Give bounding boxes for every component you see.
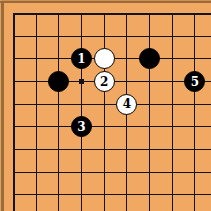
grid-line-vertical <box>13 13 15 211</box>
stone-white-move-2: 2 <box>94 71 115 92</box>
stone-number: 4 <box>123 98 131 110</box>
hoshi-star-point <box>79 79 84 84</box>
stone-white-move-4: 4 <box>116 94 137 115</box>
stone-black-move-3: 3 <box>71 116 92 137</box>
grid-line-vertical <box>58 13 59 211</box>
grid-line-vertical <box>149 13 150 211</box>
board-edge-left <box>1 1 4 211</box>
stone-black-move-5: 5 <box>184 71 205 92</box>
stone-number: 3 <box>77 120 85 132</box>
grid-line-horizontal <box>13 36 211 37</box>
grid-line-horizontal <box>13 13 211 15</box>
grid-line-horizontal <box>13 172 211 173</box>
stone-number: 2 <box>100 75 108 87</box>
stone-white <box>94 48 115 69</box>
grid-line-vertical <box>172 13 173 211</box>
grid-line-vertical <box>104 13 105 211</box>
grid-line-vertical <box>194 13 195 211</box>
grid-line-vertical <box>81 13 82 211</box>
go-board-diagram: 12543 <box>0 0 211 211</box>
stone-black <box>48 71 69 92</box>
grid-line-horizontal <box>13 194 211 195</box>
grid-line-horizontal <box>13 149 211 150</box>
board-edge-top <box>0 1 211 3</box>
grid-line-horizontal <box>13 104 211 105</box>
stone-black <box>139 48 160 69</box>
stone-number: 5 <box>191 75 199 87</box>
stone-number: 1 <box>77 52 85 64</box>
grid-line-horizontal <box>13 126 211 127</box>
grid-line-vertical <box>36 13 37 211</box>
stone-black-move-1: 1 <box>71 48 92 69</box>
